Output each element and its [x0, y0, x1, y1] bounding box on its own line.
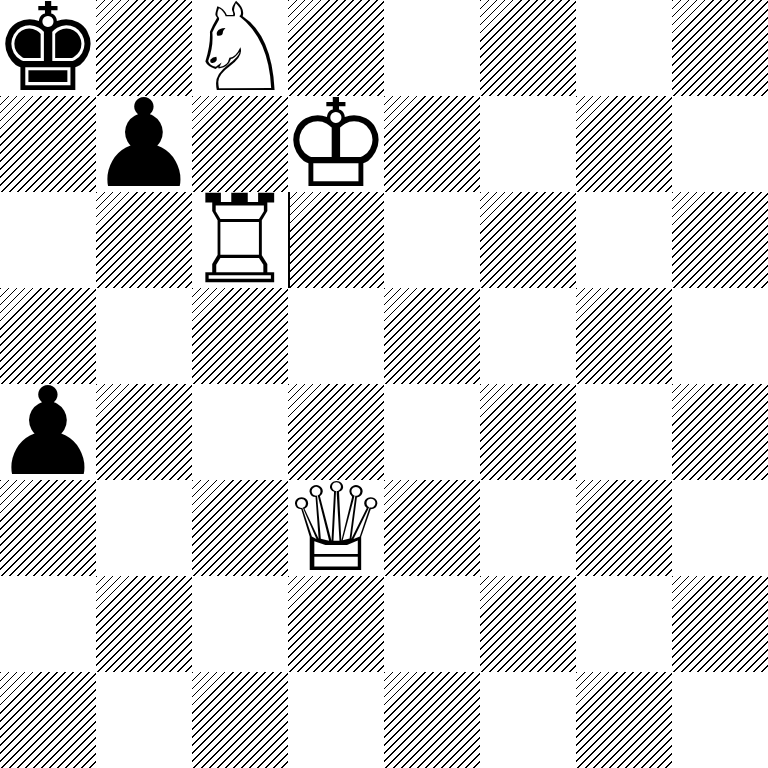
square-a5[interactable] — [0, 288, 96, 384]
square-c7[interactable] — [192, 96, 288, 192]
square-e1[interactable] — [384, 672, 480, 768]
square-e8[interactable] — [384, 0, 480, 96]
square-e3[interactable] — [384, 480, 480, 576]
square-g3[interactable] — [576, 480, 672, 576]
square-f1[interactable] — [480, 672, 576, 768]
square-a7[interactable] — [0, 96, 96, 192]
white-queen-piece: ♕ — [281, 480, 390, 576]
black-pawn-piece: ♟ — [0, 384, 103, 480]
square-f7[interactable] — [480, 96, 576, 192]
square-a3[interactable] — [0, 480, 96, 576]
square-f5[interactable] — [480, 288, 576, 384]
square-b5[interactable] — [96, 288, 192, 384]
square-c5[interactable] — [192, 288, 288, 384]
square-g8[interactable] — [576, 0, 672, 96]
square-g7[interactable] — [576, 96, 672, 192]
square-d5[interactable] — [288, 288, 384, 384]
square-d4[interactable] — [288, 384, 384, 480]
square-b1[interactable] — [96, 672, 192, 768]
square-h4[interactable] — [672, 384, 768, 480]
square-f4[interactable] — [480, 384, 576, 480]
square-a2[interactable] — [0, 576, 96, 672]
square-c6[interactable]: ♖ — [192, 192, 288, 288]
square-h2[interactable] — [672, 576, 768, 672]
square-e4[interactable] — [384, 384, 480, 480]
square-h1[interactable] — [672, 672, 768, 768]
square-a6[interactable] — [0, 192, 96, 288]
square-c1[interactable] — [192, 672, 288, 768]
square-c3[interactable] — [192, 480, 288, 576]
square-e6[interactable] — [384, 192, 480, 288]
black-pawn-piece: ♟ — [89, 96, 198, 192]
square-d2[interactable] — [288, 576, 384, 672]
square-h6[interactable] — [672, 192, 768, 288]
square-a8[interactable]: ♚ — [0, 0, 96, 96]
square-b4[interactable] — [96, 384, 192, 480]
square-b7[interactable]: ♟ — [96, 96, 192, 192]
square-d8[interactable] — [288, 0, 384, 96]
white-rook-piece: ♖ — [185, 192, 294, 288]
square-h5[interactable] — [672, 288, 768, 384]
square-e7[interactable] — [384, 96, 480, 192]
square-h8[interactable] — [672, 0, 768, 96]
square-b8[interactable] — [96, 0, 192, 96]
square-b2[interactable] — [96, 576, 192, 672]
square-f6[interactable] — [480, 192, 576, 288]
square-h7[interactable] — [672, 96, 768, 192]
square-f8[interactable] — [480, 0, 576, 96]
square-g5[interactable] — [576, 288, 672, 384]
square-c4[interactable] — [192, 384, 288, 480]
square-d6[interactable] — [288, 192, 384, 288]
square-d3[interactable]: ♕ — [288, 480, 384, 576]
white-king-piece: ♔ — [281, 96, 390, 192]
square-f3[interactable] — [480, 480, 576, 576]
square-f2[interactable] — [480, 576, 576, 672]
square-g6[interactable] — [576, 192, 672, 288]
square-d1[interactable] — [288, 672, 384, 768]
white-knight-piece: ♘ — [185, 0, 294, 96]
square-g4[interactable] — [576, 384, 672, 480]
square-g2[interactable] — [576, 576, 672, 672]
square-e5[interactable] — [384, 288, 480, 384]
square-c8[interactable]: ♘ — [192, 0, 288, 96]
square-h3[interactable] — [672, 480, 768, 576]
square-a4[interactable]: ♟ — [0, 384, 96, 480]
square-d7[interactable]: ♔ — [288, 96, 384, 192]
square-b3[interactable] — [96, 480, 192, 576]
square-a1[interactable] — [0, 672, 96, 768]
black-king-piece: ♚ — [0, 0, 103, 96]
chess-board: ♚♘♟♔♖♟♕ — [0, 0, 768, 768]
square-b6[interactable] — [96, 192, 192, 288]
square-g1[interactable] — [576, 672, 672, 768]
square-c2[interactable] — [192, 576, 288, 672]
square-e2[interactable] — [384, 576, 480, 672]
